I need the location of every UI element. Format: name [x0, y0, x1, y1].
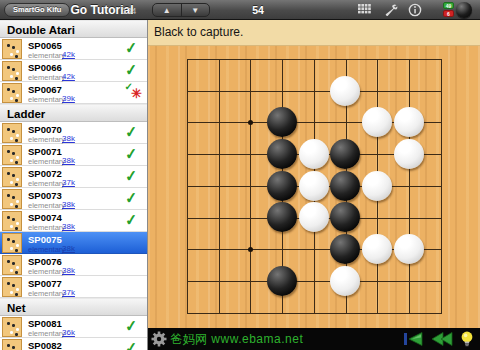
black-stone[interactable] — [330, 171, 360, 201]
problem-id: SP0070 — [28, 124, 62, 135]
black-stone[interactable] — [330, 202, 360, 232]
top-navigation-bar: SmartGo Kifu Go Tutorial 134 ▲ ▼ 54 49 6 — [0, 0, 480, 20]
white-stone[interactable] — [362, 171, 392, 201]
white-stone[interactable] — [362, 234, 392, 264]
watermark-text: 爸妈网 www.ebama.net — [170, 331, 303, 348]
solved-check-icon: ✓ — [125, 144, 139, 163]
solved-count-badge: 49 — [443, 2, 454, 9]
problem-level: elementary — [28, 245, 65, 254]
problem-rank: 38k — [62, 244, 75, 253]
solved-check-icon: ✓ — [125, 166, 139, 185]
white-stone[interactable] — [394, 234, 424, 264]
white-stone[interactable] — [394, 107, 424, 137]
problem-rank: 38k — [62, 266, 75, 275]
back-move-button[interactable] — [431, 331, 453, 347]
problem-row-SP0066[interactable]: SP0066elementary42k✓ — [0, 60, 147, 82]
problem-row-SP0071[interactable]: SP0071elementary38k✓ — [0, 144, 147, 166]
prev-next-problem-control: ▲ ▼ — [152, 3, 210, 17]
solved-check-icon: ✓ — [125, 210, 139, 229]
problem-row-SP0072[interactable]: SP0072elementary37k✓ — [0, 166, 147, 188]
problem-rank: 38k — [62, 222, 75, 231]
problem-level: elementary — [28, 73, 65, 82]
problem-rank: 37k — [62, 178, 75, 187]
mini-board-thumbnail — [2, 255, 22, 275]
black-stone[interactable] — [330, 234, 360, 264]
info-icon[interactable] — [407, 3, 423, 17]
problem-row-SP0076[interactable]: SP0076elementary38k — [0, 254, 147, 276]
tools-wrench-icon[interactable] — [383, 3, 399, 17]
move-number: 54 — [246, 4, 270, 16]
problem-row-SP0065[interactable]: SP0065elementary42k✓ — [0, 38, 147, 60]
mini-board-thumbnail — [2, 233, 22, 253]
back-button-smartgo-kifu[interactable]: SmartGo Kifu — [4, 3, 70, 17]
next-problem-button[interactable]: ▼ — [182, 4, 210, 16]
problem-rank: 37k — [62, 288, 75, 297]
problem-row-SP0082[interactable]: SP0082elementary36k✓ — [0, 338, 147, 350]
solved-check-icon: ✓ — [125, 188, 139, 207]
section-header: Double Atari — [0, 20, 147, 38]
white-stone[interactable] — [394, 139, 424, 169]
problem-id: SP0065 — [28, 40, 62, 51]
problem-id: SP0076 — [28, 256, 62, 267]
problem-level: elementary — [28, 223, 65, 232]
bottom-toolbar: 爸妈网 www.ebama.net — [148, 328, 480, 350]
mini-board-thumbnail — [2, 339, 22, 350]
black-stone[interactable] — [330, 139, 360, 169]
white-stone[interactable] — [299, 171, 329, 201]
failed-count-badge: 6 — [443, 10, 454, 17]
mini-board-thumbnail — [2, 123, 22, 143]
problem-level: elementary — [28, 329, 65, 338]
solved-check-icon: ✓ — [125, 38, 139, 57]
go-board-grid[interactable] — [187, 59, 441, 313]
mini-board-thumbnail — [2, 167, 22, 187]
mini-board-thumbnail — [2, 189, 22, 209]
problem-id: SP0073 — [28, 190, 62, 201]
mini-board-thumbnail — [2, 317, 22, 337]
problem-rank: 38k — [62, 156, 75, 165]
skip-to-start-button[interactable] — [402, 331, 424, 347]
black-stone[interactable] — [267, 202, 297, 232]
white-stone[interactable] — [330, 76, 360, 106]
hint-lightbulb-icon[interactable] — [460, 330, 474, 348]
problem-rank: 42k — [62, 50, 75, 59]
previous-problem-button[interactable]: ▲ — [153, 4, 182, 16]
problem-rank: 39k — [62, 94, 75, 103]
problem-id: SP0072 — [28, 168, 62, 179]
problem-id: SP0067 — [28, 84, 62, 95]
white-stone[interactable] — [299, 139, 329, 169]
solved-check-icon: ✓ — [125, 60, 139, 79]
problem-id: SP0074 — [28, 212, 62, 223]
smartgo-app-window: SmartGo Kifu Go Tutorial 134 ▲ ▼ 54 49 6 — [0, 0, 480, 350]
mini-board-thumbnail — [2, 277, 22, 297]
mini-board-thumbnail — [2, 145, 22, 165]
settings-gear-icon[interactable] — [150, 330, 168, 348]
problem-id: SP0075 — [28, 234, 62, 245]
problem-id: SP0082 — [28, 340, 62, 350]
problem-id: SP0066 — [28, 62, 62, 73]
problem-level: elementary — [28, 267, 65, 276]
board-grid-icon[interactable] — [357, 3, 373, 17]
problem-rank: 38k — [62, 134, 75, 143]
score-badges: 49 6 — [443, 2, 455, 18]
problem-level: elementary — [28, 135, 65, 144]
white-stone[interactable] — [299, 202, 329, 232]
problem-level: elementary — [28, 51, 65, 60]
mini-board-thumbnail — [2, 61, 22, 81]
problem-id: SP0081 — [28, 318, 62, 329]
problem-row-SP0081[interactable]: SP0081elementary36k✓ — [0, 316, 147, 338]
go-board[interactable] — [148, 46, 480, 328]
problem-level: elementary — [28, 289, 65, 298]
black-stone[interactable] — [267, 107, 297, 137]
problem-count-badge: 134 — [122, 6, 136, 16]
problem-list[interactable]: Double AtariSP0065elementary42k✓SP0066el… — [0, 20, 148, 350]
problem-row-SP0073[interactable]: SP0073elementary38k✓ — [0, 188, 147, 210]
white-stone[interactable] — [330, 266, 360, 296]
problem-level: elementary — [28, 179, 65, 188]
black-stone[interactable] — [267, 171, 297, 201]
black-stone[interactable] — [267, 139, 297, 169]
section-header: Net — [0, 298, 147, 316]
problem-id: SP0071 — [28, 146, 62, 157]
problem-rank: 38k — [62, 200, 75, 209]
solved-check-icon: ✓ — [125, 316, 139, 335]
section-header: Ladder — [0, 104, 147, 122]
problem-level: elementary — [28, 95, 65, 104]
solved-check-icon: ✓ — [125, 122, 139, 141]
problem-rank: 36k — [62, 328, 75, 337]
problem-row-SP0077[interactable]: SP0077elementary37k — [0, 276, 147, 298]
board-panel: Black to capture. 爸妈网 www.ebama.net — [148, 20, 480, 350]
problem-row-SP0070[interactable]: SP0070elementary38k✓ — [0, 122, 147, 144]
problem-level: elementary — [28, 201, 65, 210]
problem-row-SP0067[interactable]: SP0067elementary39k✓✳ — [0, 82, 147, 104]
black-stone[interactable] — [267, 266, 297, 296]
solved-with-mistake-icon: ✓✳ — [124, 85, 142, 103]
stones-layer — [171, 43, 456, 328]
problem-row-SP0074[interactable]: SP0074elementary38k✓ — [0, 210, 147, 232]
mini-board-thumbnail — [2, 211, 22, 231]
mini-board-thumbnail — [2, 83, 22, 103]
problem-row-SP0075[interactable]: SP0075elementary38k — [0, 232, 147, 254]
black-to-play-stone-icon[interactable] — [456, 2, 472, 18]
problem-level: elementary — [28, 157, 65, 166]
problem-instruction: Black to capture. — [148, 20, 480, 46]
white-stone[interactable] — [362, 107, 392, 137]
mini-board-thumbnail — [2, 39, 22, 59]
solved-check-icon: ✓ — [125, 338, 139, 350]
problem-id: SP0077 — [28, 278, 62, 289]
problem-rank: 42k — [62, 72, 75, 81]
